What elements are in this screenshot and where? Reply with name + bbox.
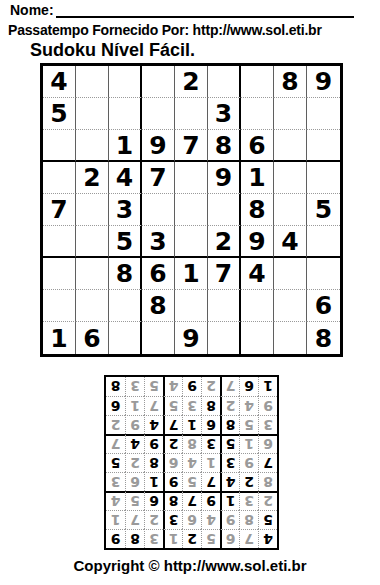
sudoku-cell-r6c4[interactable]: 3 — [142, 226, 175, 258]
solution-cell-r6c6: 2 — [163, 434, 182, 453]
sudoku-cell-r3c1[interactable] — [43, 130, 76, 162]
name-row: Nome: — [10, 2, 354, 18]
solution-cell-r4c7: 1 — [144, 472, 163, 491]
sudoku-cell-r7c8[interactable] — [274, 258, 307, 290]
solution-cell-r8c3: 2 — [220, 396, 239, 415]
sudoku-worksheet-page: Nome: Passatempo Fornecido Por: http://w… — [0, 0, 380, 585]
name-label: Nome: — [10, 2, 54, 18]
sudoku-cell-r5c8[interactable] — [274, 194, 307, 226]
sudoku-cell-r1c8[interactable]: 8 — [274, 66, 307, 98]
sudoku-cell-r9c3[interactable] — [109, 322, 142, 354]
sudoku-cell-r5c9[interactable]: 5 — [307, 194, 340, 226]
sudoku-cell-r9c5[interactable]: 9 — [175, 322, 208, 354]
sudoku-cell-r8c8[interactable] — [274, 290, 307, 322]
solution-cell-r6c5: 8 — [182, 434, 201, 453]
sudoku-cell-r2c6[interactable]: 3 — [208, 98, 241, 130]
sudoku-board: 428953197862479173855329486174861698 — [40, 63, 343, 357]
sudoku-cell-r6c2[interactable] — [76, 226, 109, 258]
sudoku-cell-r2c4[interactable] — [142, 98, 175, 130]
solution-cell-r6c1: 6 — [258, 434, 277, 453]
sudoku-cell-r7c9[interactable] — [307, 258, 340, 290]
sudoku-cell-r8c1[interactable] — [43, 290, 76, 322]
solution-cell-r9c4: 2 — [201, 377, 220, 396]
solution-cell-r7c2: 5 — [239, 415, 258, 434]
sudoku-cell-r3c8[interactable] — [274, 130, 307, 162]
solution-cell-r1c7: 3 — [144, 529, 163, 548]
sudoku-cell-r6c6[interactable]: 2 — [208, 226, 241, 258]
sudoku-cell-r3c6[interactable]: 8 — [208, 130, 241, 162]
solution-cell-r9c5: 9 — [182, 377, 201, 396]
solution-cell-r1c8: 8 — [125, 529, 144, 548]
solution-cell-r9c8: 3 — [125, 377, 144, 396]
solution-cell-r8c7: 7 — [144, 396, 163, 415]
sudoku-cell-r3c2[interactable] — [76, 130, 109, 162]
sudoku-cell-r1c3[interactable] — [109, 66, 142, 98]
sudoku-cell-r7c2[interactable] — [76, 258, 109, 290]
solution-cell-r3c2: 3 — [239, 491, 258, 510]
sudoku-cell-r8c6[interactable] — [208, 290, 241, 322]
sudoku-cell-r9c4[interactable] — [142, 322, 175, 354]
sudoku-cell-r3c3[interactable]: 1 — [109, 130, 142, 162]
sudoku-cell-r9c8[interactable] — [274, 322, 307, 354]
sudoku-cell-r8c7[interactable] — [241, 290, 274, 322]
solution-cell-r2c8: 7 — [125, 510, 144, 529]
solution-cell-r2c2: 8 — [239, 510, 258, 529]
solution-cell-r5c5: 4 — [182, 453, 201, 472]
sudoku-cell-r5c5[interactable] — [175, 194, 208, 226]
solution-cell-r2c6: 3 — [163, 510, 182, 529]
sudoku-cell-r5c7[interactable]: 8 — [241, 194, 274, 226]
sudoku-cell-r2c8[interactable] — [274, 98, 307, 130]
sudoku-cell-r5c4[interactable] — [142, 194, 175, 226]
solution-cell-r8c9: 6 — [106, 396, 125, 415]
sudoku-cell-r3c9[interactable] — [307, 130, 340, 162]
solution-cell-r5c2: 9 — [239, 453, 258, 472]
solution-cell-r1c6: 1 — [163, 529, 182, 548]
sudoku-cell-r4c3[interactable]: 4 — [109, 162, 142, 194]
sudoku-cell-r9c7[interactable] — [241, 322, 274, 354]
sudoku-cell-r2c9[interactable] — [307, 98, 340, 130]
sudoku-cell-r2c7[interactable] — [241, 98, 274, 130]
sudoku-cell-r4c1[interactable] — [43, 162, 76, 194]
solution-cell-r9c2: 6 — [239, 377, 258, 396]
sudoku-cell-r9c6[interactable] — [208, 322, 241, 354]
sudoku-cell-r4c4[interactable]: 7 — [142, 162, 175, 194]
solution-cell-r8c6: 5 — [163, 396, 182, 415]
solution-board-rotated: 4765213895894632712319786548247591637931… — [104, 375, 279, 550]
solution-cell-r4c6: 9 — [163, 472, 182, 491]
solution-cell-r3c9: 4 — [106, 491, 125, 510]
sudoku-cell-r3c7[interactable]: 6 — [241, 130, 274, 162]
solution-cell-r1c2: 7 — [239, 529, 258, 548]
solution-cell-r3c5: 7 — [182, 491, 201, 510]
solution-cell-r6c9: 7 — [106, 434, 125, 453]
sudoku-cell-r5c2[interactable] — [76, 194, 109, 226]
sudoku-cell-r1c1[interactable]: 4 — [43, 66, 76, 98]
sudoku-cell-r4c2[interactable]: 2 — [76, 162, 109, 194]
solution-cell-r2c5: 6 — [182, 510, 201, 529]
sudoku-cell-r8c4[interactable]: 8 — [142, 290, 175, 322]
solution-cell-r1c3: 6 — [220, 529, 239, 548]
sudoku-cell-r1c2[interactable] — [76, 66, 109, 98]
solution-cell-r3c7: 6 — [144, 491, 163, 510]
sudoku-cell-r6c3[interactable]: 5 — [109, 226, 142, 258]
solution-cell-r2c3: 9 — [220, 510, 239, 529]
solution-cell-r9c3: 7 — [220, 377, 239, 396]
solution-cell-r5c7: 8 — [144, 453, 163, 472]
solution-cell-r5c4: 1 — [201, 453, 220, 472]
sudoku-cell-r5c6[interactable] — [208, 194, 241, 226]
solution-cell-r8c5: 3 — [182, 396, 201, 415]
sudoku-cell-r6c1[interactable] — [43, 226, 76, 258]
sudoku-cell-r5c3[interactable]: 3 — [109, 194, 142, 226]
sudoku-cell-r9c1[interactable]: 1 — [43, 322, 76, 354]
sudoku-cell-r8c9[interactable]: 6 — [307, 290, 340, 322]
solution-cell-r1c9: 9 — [106, 529, 125, 548]
solution-cell-r6c2: 1 — [239, 434, 258, 453]
sudoku-cell-r7c6[interactable]: 7 — [208, 258, 241, 290]
sudoku-cell-r3c5[interactable]: 7 — [175, 130, 208, 162]
sudoku-cell-r1c5[interactable]: 2 — [175, 66, 208, 98]
sudoku-cell-r7c7[interactable]: 4 — [241, 258, 274, 290]
sudoku-cell-r2c1[interactable]: 5 — [43, 98, 76, 130]
solution-cell-r5c6: 6 — [163, 453, 182, 472]
solution-cell-r5c9: 5 — [106, 453, 125, 472]
solution-cell-r7c6: 7 — [163, 415, 182, 434]
solution-cell-r7c9: 2 — [106, 415, 125, 434]
solution-cell-r7c4: 6 — [201, 415, 220, 434]
solution-cell-r3c3: 1 — [220, 491, 239, 510]
name-fill-line — [56, 2, 354, 18]
solution-cell-r7c8: 9 — [125, 415, 144, 434]
sudoku-cell-r7c5[interactable]: 1 — [175, 258, 208, 290]
solution-cell-r4c1: 8 — [258, 472, 277, 491]
solution-cell-r1c1: 4 — [258, 529, 277, 548]
solution-cell-r3c6: 8 — [163, 491, 182, 510]
sudoku-cell-r1c4[interactable] — [142, 66, 175, 98]
solution-cell-r4c3: 4 — [220, 472, 239, 491]
sudoku-cell-r4c6[interactable]: 9 — [208, 162, 241, 194]
solution-cell-r9c6: 4 — [163, 377, 182, 396]
solution-cell-r9c9: 8 — [106, 377, 125, 396]
solution-cell-r1c5: 2 — [182, 529, 201, 548]
solution-cell-r3c4: 9 — [201, 491, 220, 510]
solution-cell-r7c7: 4 — [144, 415, 163, 434]
sudoku-cell-r8c3[interactable] — [109, 290, 142, 322]
sudoku-cell-r6c9[interactable] — [307, 226, 340, 258]
solution-cell-r1c4: 5 — [201, 529, 220, 548]
solution-cell-r6c7: 9 — [144, 434, 163, 453]
sudoku-cell-r4c9[interactable] — [307, 162, 340, 194]
solution-cell-r4c8: 6 — [125, 472, 144, 491]
sudoku-cell-r7c3[interactable]: 8 — [109, 258, 142, 290]
solution-cell-r2c9: 1 — [106, 510, 125, 529]
solution-cell-r6c8: 4 — [125, 434, 144, 453]
sudoku-cell-r8c5[interactable] — [175, 290, 208, 322]
sudoku-cell-r8c2[interactable] — [76, 290, 109, 322]
sudoku-cell-r3c4[interactable]: 9 — [142, 130, 175, 162]
sudoku-cell-r4c5[interactable] — [175, 162, 208, 194]
solution-cell-r8c2: 4 — [239, 396, 258, 415]
solution-cell-r4c5: 5 — [182, 472, 201, 491]
solution-cell-r9c7: 5 — [144, 377, 163, 396]
sudoku-cell-r6c7[interactable]: 9 — [241, 226, 274, 258]
solution-cell-r4c4: 7 — [201, 472, 220, 491]
solution-cell-r4c9: 3 — [106, 472, 125, 491]
sudoku-cell-r6c5[interactable] — [175, 226, 208, 258]
solution-cell-r8c1: 9 — [258, 396, 277, 415]
sudoku-cell-r6c8[interactable]: 4 — [274, 226, 307, 258]
provider-text: Passatempo Fornecido Por: http://www.sol… — [8, 22, 322, 38]
sudoku-cell-r9c9[interactable]: 8 — [307, 322, 340, 354]
solution-cell-r2c1: 5 — [258, 510, 277, 529]
solution-cell-r6c4: 3 — [201, 434, 220, 453]
solution-cell-r6c3: 5 — [220, 434, 239, 453]
sudoku-cell-r4c7[interactable]: 1 — [241, 162, 274, 194]
sudoku-cell-r4c8[interactable] — [274, 162, 307, 194]
solution-cell-r5c3: 3 — [220, 453, 239, 472]
solution-cell-r7c5: 1 — [182, 415, 201, 434]
sudoku-cell-r1c9[interactable]: 9 — [307, 66, 340, 98]
sudoku-cell-r5c1[interactable]: 7 — [43, 194, 76, 226]
solution-cell-r2c7: 2 — [144, 510, 163, 529]
sudoku-cell-r2c5[interactable] — [175, 98, 208, 130]
solution-cell-r2c4: 4 — [201, 510, 220, 529]
page-title: Sudoku Nível Fácil. — [30, 40, 195, 61]
solution-cell-r4c2: 2 — [239, 472, 258, 491]
solution-cell-r5c1: 7 — [258, 453, 277, 472]
solution-cell-r5c8: 2 — [125, 453, 144, 472]
sudoku-cell-r1c6[interactable] — [208, 66, 241, 98]
sudoku-cell-r9c2[interactable]: 6 — [76, 322, 109, 354]
sudoku-cell-r1c7[interactable] — [241, 66, 274, 98]
sudoku-cell-r7c1[interactable] — [43, 258, 76, 290]
solution-cell-r9c1: 1 — [258, 377, 277, 396]
solution-cell-r3c1: 2 — [258, 491, 277, 510]
sudoku-cell-r2c2[interactable] — [76, 98, 109, 130]
solution-cell-r3c8: 5 — [125, 491, 144, 510]
sudoku-cell-r7c4[interactable]: 6 — [142, 258, 175, 290]
sudoku-cell-r2c3[interactable] — [109, 98, 142, 130]
solution-cell-r8c8: 1 — [125, 396, 144, 415]
solution-cell-r7c1: 3 — [258, 415, 277, 434]
copyright-text: Copyright © http://www.sol.eti.br — [0, 557, 380, 574]
solution-cell-r8c4: 8 — [201, 396, 220, 415]
solution-cell-r7c3: 8 — [220, 415, 239, 434]
